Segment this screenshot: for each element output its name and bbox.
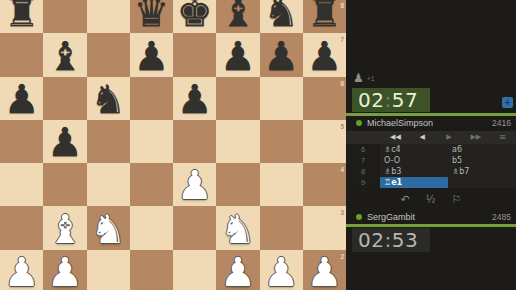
white-pawn-g2[interactable]: ♟ <box>263 251 299 290</box>
nav-last-button[interactable]: ▶▶ <box>462 131 489 144</box>
black-queen-d8[interactable]: ♛ <box>133 0 169 33</box>
rank-coordinate-2: 2 <box>340 253 344 260</box>
move-7-black[interactable]: b5 <box>448 155 516 166</box>
move-8-white[interactable]: ♗b3 <box>380 166 448 177</box>
square-d4[interactable] <box>130 163 173 206</box>
square-b2[interactable]: ♟ <box>43 250 86 290</box>
square-f2[interactable]: ♟ <box>216 250 259 290</box>
black-rook-h8[interactable]: ♜ <box>306 0 342 33</box>
square-e6[interactable]: ♟ <box>173 77 216 120</box>
square-h5[interactable]: 5 <box>303 120 346 163</box>
board[interactable]: ♜♛♚♝♞♜8♝♟♟♟♟7♟♞♟6♟5♟4♝♞♞3♟♟♟♟♟2♜♝♛♜♚ <box>0 0 346 290</box>
rank-coordinate-8: 8 <box>340 2 344 9</box>
white-pawn-f2[interactable]: ♟ <box>220 251 256 290</box>
move-number: 6 <box>346 144 380 155</box>
material-advantage-value: +1 <box>367 75 375 82</box>
black-bishop-f8[interactable]: ♝ <box>220 0 256 33</box>
clock-separator: : <box>384 228 391 252</box>
square-c5[interactable] <box>87 120 130 163</box>
move-row-8: 8♗b3♗b7 <box>346 166 516 177</box>
online-indicator-icon <box>356 120 362 126</box>
bottom-player-name[interactable]: SergGambit <box>367 212 492 222</box>
pawn-icon: ♟ <box>353 71 364 85</box>
square-h2[interactable]: ♟2 <box>303 250 346 290</box>
square-c7[interactable] <box>87 33 130 76</box>
online-indicator-icon <box>356 214 362 220</box>
square-a5[interactable] <box>0 120 43 163</box>
square-h3[interactable]: 3 <box>303 206 346 249</box>
square-h4[interactable]: 4 <box>303 163 346 206</box>
square-e8[interactable]: ♚ <box>173 0 216 33</box>
square-e2[interactable] <box>173 250 216 290</box>
clock-minutes: 02 <box>358 88 384 112</box>
bottom-player-time-bar <box>346 224 516 227</box>
square-a4[interactable] <box>0 163 43 206</box>
black-pawn-f7[interactable]: ♟ <box>220 35 256 77</box>
black-pawn-d7[interactable]: ♟ <box>133 35 169 77</box>
square-a7[interactable] <box>0 33 43 76</box>
black-knight-c6[interactable]: ♞ <box>90 78 126 120</box>
rank-coordinate-5: 5 <box>340 123 344 130</box>
rank-coordinate-6: 6 <box>340 80 344 87</box>
square-b4[interactable] <box>43 163 86 206</box>
resign-button[interactable]: ⚐ <box>452 191 462 208</box>
white-pawn-b2[interactable]: ♟ <box>47 251 83 290</box>
square-d8[interactable]: ♛ <box>130 0 173 33</box>
clock-minutes: 02 <box>358 228 384 252</box>
nav-next-button[interactable]: ▶ <box>436 131 463 144</box>
takeback-button[interactable]: ↶ <box>401 191 410 208</box>
move-row-6: 6♗c4a6 <box>346 144 516 155</box>
black-bishop-b7[interactable]: ♝ <box>47 35 83 77</box>
square-e5[interactable] <box>173 120 216 163</box>
square-c3[interactable]: ♞ <box>87 206 130 249</box>
white-knight-c3[interactable]: ♞ <box>90 208 126 250</box>
game-action-bar: ↶½⚐ <box>346 191 516 208</box>
move-list: 6♗c4a67O-Ob58♗b3♗b79♖e1 <box>346 144 516 188</box>
square-d5[interactable] <box>130 120 173 163</box>
square-f7[interactable]: ♟ <box>216 33 259 76</box>
square-f3[interactable]: ♞ <box>216 206 259 249</box>
top-player-row[interactable]: MichaelSimpson 2416 <box>346 116 516 130</box>
white-pawn-e4[interactable]: ♟ <box>177 164 213 206</box>
square-b8[interactable] <box>43 0 86 33</box>
square-g7[interactable]: ♟ <box>260 33 303 76</box>
square-f5[interactable] <box>216 120 259 163</box>
white-knight-f3[interactable]: ♞ <box>220 208 256 250</box>
move-6-white[interactable]: ♗c4 <box>380 144 448 155</box>
square-h8[interactable]: ♜8 <box>303 0 346 33</box>
nav-first-button[interactable]: ◀◀ <box>382 131 409 144</box>
square-e4[interactable]: ♟ <box>173 163 216 206</box>
move-7-white[interactable]: O-O <box>380 155 448 166</box>
move-number: 8 <box>346 166 380 177</box>
rank-coordinate-3: 3 <box>340 209 344 216</box>
bottom-player-clock: 02:53 <box>352 228 430 252</box>
rank-coordinate-4: 4 <box>340 166 344 173</box>
square-f8[interactable]: ♝ <box>216 0 259 33</box>
move-row-9: 9♖e1 <box>346 177 516 188</box>
move-8-black[interactable]: ♗b7 <box>448 166 516 177</box>
draw-offer-button[interactable]: ½ <box>426 191 436 208</box>
move-number: 7 <box>346 155 380 166</box>
move-navigation-bar: ◀◀◀▶▶▶≡ <box>346 131 516 144</box>
square-c8[interactable] <box>87 0 130 33</box>
move-9-black <box>448 177 516 188</box>
rank-coordinate-7: 7 <box>340 36 344 43</box>
black-rook-a8[interactable]: ♜ <box>4 0 40 33</box>
clock-separator: : <box>384 88 391 112</box>
black-knight-g8[interactable]: ♞ <box>263 0 299 33</box>
clock-seconds: 57 <box>392 88 418 112</box>
square-a6[interactable]: ♟ <box>0 77 43 120</box>
white-bishop-b3[interactable]: ♝ <box>47 208 83 250</box>
square-e7[interactable] <box>173 33 216 76</box>
black-pawn-a6[interactable]: ♟ <box>4 78 40 120</box>
game-side-panel: ♟ +1 02:57 + MichaelSimpson 2416 ◀◀◀▶▶▶≡… <box>346 0 516 290</box>
square-f6[interactable] <box>216 77 259 120</box>
square-b7[interactable]: ♝ <box>43 33 86 76</box>
black-king-e8[interactable]: ♚ <box>177 0 213 33</box>
square-b3[interactable]: ♝ <box>43 206 86 249</box>
move-row-7: 7O-Ob5 <box>346 155 516 166</box>
black-pawn-h7[interactable]: ♟ <box>306 35 342 77</box>
black-pawn-e6[interactable]: ♟ <box>177 78 213 120</box>
square-h6[interactable]: 6 <box>303 77 346 120</box>
material-advantage: ♟ +1 <box>353 70 375 86</box>
square-b5[interactable]: ♟ <box>43 120 86 163</box>
nav-menu-button[interactable]: ≡ <box>489 131 516 144</box>
square-h7[interactable]: ♟7 <box>303 33 346 76</box>
square-c2[interactable] <box>87 250 130 290</box>
square-g3[interactable] <box>260 206 303 249</box>
move-9-white[interactable]: ♖e1 <box>380 177 448 188</box>
bottom-player-rating: 2485 <box>492 212 516 222</box>
square-d2[interactable] <box>130 250 173 290</box>
nav-prev-button[interactable]: ◀ <box>409 131 436 144</box>
move-number: 9 <box>346 177 380 188</box>
top-player-name[interactable]: MichaelSimpson <box>367 118 492 128</box>
square-d3[interactable] <box>130 206 173 249</box>
square-g5[interactable] <box>260 120 303 163</box>
top-player-clock: 02:57 <box>352 88 430 112</box>
square-b6[interactable] <box>43 77 86 120</box>
square-a2[interactable]: ♟ <box>0 250 43 290</box>
chess-game-screen: ♜♛♚♝♞♜8♝♟♟♟♟7♟♞♟6♟5♟4♝♞♞3♟♟♟♟♟2♜♝♛♜♚ ♟ +… <box>0 0 516 290</box>
white-pawn-h2[interactable]: ♟ <box>306 251 342 290</box>
square-g4[interactable] <box>260 163 303 206</box>
square-f4[interactable] <box>216 163 259 206</box>
board-area: ♜♛♚♝♞♜8♝♟♟♟♟7♟♞♟6♟5♟4♝♞♞3♟♟♟♟♟2♜♝♛♜♚ <box>0 0 346 290</box>
white-pawn-a2[interactable]: ♟ <box>4 251 40 290</box>
square-g8[interactable]: ♞ <box>260 0 303 33</box>
square-c6[interactable]: ♞ <box>87 77 130 120</box>
square-c4[interactable] <box>87 163 130 206</box>
bottom-player-row[interactable]: SergGambit 2485 <box>346 210 516 224</box>
give-more-time-button[interactable]: + <box>502 97 513 108</box>
square-g6[interactable] <box>260 77 303 120</box>
square-a3[interactable] <box>0 206 43 249</box>
square-d7[interactable]: ♟ <box>130 33 173 76</box>
square-d6[interactable] <box>130 77 173 120</box>
move-6-black[interactable]: a6 <box>448 144 516 155</box>
black-pawn-g7[interactable]: ♟ <box>263 35 299 77</box>
square-a8[interactable]: ♜ <box>0 0 43 33</box>
top-player-rating: 2416 <box>492 118 516 128</box>
square-e3[interactable] <box>173 206 216 249</box>
square-g2[interactable]: ♟ <box>260 250 303 290</box>
black-pawn-b5[interactable]: ♟ <box>47 121 83 163</box>
clock-seconds: 53 <box>392 228 418 252</box>
